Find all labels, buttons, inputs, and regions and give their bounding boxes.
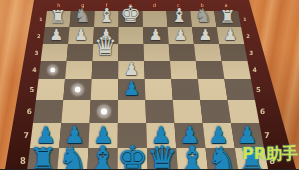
rank-label-left-1: 1 bbox=[39, 17, 42, 22]
piece-white-pawn-e4[interactable]: ♟ bbox=[124, 61, 139, 78]
rank-label-left-7: 7 bbox=[23, 131, 29, 140]
piece-white-king-e1[interactable]: ♚ bbox=[120, 3, 141, 26]
move-dot-g5 bbox=[75, 87, 81, 93]
piece-white-bishop-c1[interactable]: ♝ bbox=[170, 6, 188, 26]
piece-blue-king-e8[interactable]: ♚ bbox=[117, 141, 147, 169]
rank-label-right-7: 7 bbox=[264, 131, 270, 140]
rank-label-left-2: 2 bbox=[37, 33, 41, 39]
rank-label-right-6: 6 bbox=[260, 107, 265, 116]
piece-white-pawn-g2[interactable]: ♟ bbox=[74, 28, 88, 43]
piece-blue-knight-b8[interactable]: ♞ bbox=[207, 142, 237, 169]
rank-label-right-4: 4 bbox=[252, 66, 257, 73]
piece-blue-bishop-f8[interactable]: ♝ bbox=[87, 141, 117, 169]
piece-blue-bishop-c8[interactable]: ♝ bbox=[177, 141, 207, 169]
piece-blue-rook-h8[interactable]: ♜ bbox=[29, 144, 57, 170]
piece-white-queen-f3[interactable]: ♛ bbox=[94, 34, 117, 60]
move-dot-h4 bbox=[50, 67, 55, 72]
piece-white-pawn-d2[interactable]: ♟ bbox=[149, 28, 163, 43]
rank-label-right-1: 1 bbox=[243, 17, 246, 22]
piece-blue-pawn-e5[interactable]: ♟ bbox=[123, 80, 140, 99]
piece-white-rook-h1[interactable]: ♜ bbox=[50, 8, 66, 26]
rank-label-left-8: 8 bbox=[20, 156, 26, 166]
rank-label-right-5: 5 bbox=[256, 86, 261, 94]
rank-label-right-3: 3 bbox=[249, 50, 253, 56]
rank-label-left-3: 3 bbox=[35, 50, 39, 56]
file-label-d: d bbox=[153, 2, 156, 8]
piece-white-pawn-a2[interactable]: ♟ bbox=[223, 28, 237, 43]
piece-blue-knight-g8[interactable]: ♞ bbox=[58, 142, 88, 169]
piece-white-bishop-f1[interactable]: ♝ bbox=[98, 6, 116, 26]
move-dot-f6 bbox=[101, 108, 107, 114]
piece-white-pawn-h2[interactable]: ♟ bbox=[49, 28, 63, 43]
rank-label-left-4: 4 bbox=[32, 66, 37, 73]
piece-white-pawn-c2[interactable]: ♟ bbox=[174, 28, 188, 43]
piece-white-pawn-b2[interactable]: ♟ bbox=[199, 28, 213, 43]
rank-label-left-6: 6 bbox=[27, 107, 32, 116]
chess-app-screen: hgfedcba1122334455667788 ♜♞♝♛♚♝♞♜♟♟♟♟♟♟♟… bbox=[0, 0, 299, 169]
rank-label-left-5: 5 bbox=[30, 86, 35, 94]
piece-white-rook-a1[interactable]: ♜ bbox=[219, 8, 235, 26]
watermark: PR助手 bbox=[242, 144, 298, 165]
rank-label-right-2: 2 bbox=[246, 33, 250, 39]
piece-white-knight-b1[interactable]: ♞ bbox=[195, 7, 212, 26]
piece-blue-queen-d8[interactable]: ♛ bbox=[147, 141, 177, 169]
piece-white-knight-g1[interactable]: ♞ bbox=[74, 7, 91, 26]
